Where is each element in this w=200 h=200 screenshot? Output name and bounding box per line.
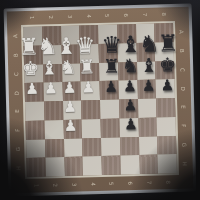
board-square bbox=[62, 63, 81, 82]
board-square bbox=[81, 81, 100, 100]
board-square bbox=[45, 138, 64, 157]
file-label-right: D bbox=[179, 85, 186, 92]
board-square bbox=[157, 117, 176, 136]
board-square bbox=[80, 63, 99, 82]
board-square bbox=[98, 25, 117, 44]
board-square bbox=[117, 43, 136, 62]
board-square bbox=[63, 100, 82, 119]
board-square bbox=[139, 155, 158, 174]
board-square bbox=[100, 100, 119, 119]
file-label-left: B bbox=[12, 52, 19, 59]
rank-label-bottom: 8 bbox=[164, 179, 171, 186]
board-square bbox=[138, 117, 157, 136]
board-square bbox=[82, 137, 101, 156]
file-label-right: H bbox=[181, 160, 188, 167]
rank-label-top: 7 bbox=[141, 11, 148, 18]
board-square bbox=[99, 43, 118, 62]
board-square bbox=[138, 136, 157, 155]
rank-label-top: 6 bbox=[122, 12, 129, 19]
file-label-left: E bbox=[14, 108, 21, 115]
rank-label-bottom: 3 bbox=[70, 181, 77, 188]
rank-label-top: 8 bbox=[160, 11, 167, 18]
rank-label-bottom: 6 bbox=[127, 180, 134, 187]
rank-label-bottom: 5 bbox=[108, 180, 115, 187]
board-square bbox=[100, 118, 119, 137]
board-square bbox=[119, 99, 138, 118]
file-label-right: A bbox=[178, 29, 185, 36]
file-label-right: G bbox=[181, 141, 188, 148]
rank-label-bottom: 4 bbox=[89, 181, 96, 188]
board-square bbox=[61, 44, 80, 63]
board-square bbox=[82, 119, 101, 138]
board-square bbox=[23, 26, 42, 45]
board-square bbox=[101, 137, 120, 156]
board-square bbox=[156, 98, 175, 117]
board-square bbox=[62, 82, 81, 101]
board-square bbox=[24, 64, 43, 83]
board-square bbox=[118, 80, 137, 99]
board-square bbox=[42, 45, 61, 64]
rank-label-top: 4 bbox=[85, 13, 92, 20]
board-square bbox=[120, 137, 139, 156]
board-square bbox=[43, 63, 62, 82]
board-square bbox=[63, 138, 82, 157]
board-square bbox=[155, 42, 174, 61]
rank-label-bottom: 2 bbox=[52, 182, 59, 189]
rank-label-bottom: 7 bbox=[145, 179, 152, 186]
coordinate-labels: AABBCCDDEEFFGGHH1122334455667788 bbox=[7, 7, 189, 12]
board-square bbox=[155, 61, 174, 80]
board-square bbox=[158, 154, 177, 173]
board-square bbox=[118, 62, 137, 81]
board-square bbox=[79, 25, 98, 44]
board-square bbox=[43, 82, 62, 101]
file-label-left: A bbox=[12, 33, 19, 40]
file-label-right: B bbox=[178, 47, 185, 54]
board-square bbox=[99, 62, 118, 81]
board-square bbox=[25, 83, 44, 102]
board-wood-frame: ♜♞♝♛♚♝♞♜♟♟♟♟♟♟♛♝♞♜♜♞♝♚♟♟♟♟♟♟ AABBCCDDEEF… bbox=[7, 7, 194, 194]
board-square bbox=[137, 80, 156, 99]
board-square bbox=[42, 26, 61, 45]
board-square bbox=[80, 44, 99, 63]
board-square bbox=[26, 120, 45, 139]
board-grid bbox=[23, 23, 177, 177]
board-square bbox=[44, 120, 63, 139]
board-square bbox=[154, 23, 173, 42]
board-square bbox=[137, 99, 156, 118]
board-square bbox=[100, 81, 119, 100]
file-label-left: D bbox=[13, 89, 20, 96]
file-label-left: C bbox=[13, 70, 20, 77]
board-square bbox=[120, 155, 139, 174]
board-square bbox=[83, 156, 102, 175]
board-square bbox=[81, 100, 100, 119]
rank-label-bottom: 1 bbox=[33, 182, 40, 189]
rank-label-top: 2 bbox=[47, 14, 54, 21]
board-square bbox=[45, 157, 64, 176]
photo-stage: ♜♞♝♛♚♝♞♜♟♟♟♟♟♟♛♝♞♜♜♞♝♚♟♟♟♟♟♟ AABBCCDDEEF… bbox=[0, 0, 200, 200]
board-square bbox=[117, 24, 136, 43]
board-square bbox=[25, 101, 44, 120]
rank-label-top: 3 bbox=[66, 13, 73, 20]
board-square bbox=[136, 24, 155, 43]
board-square bbox=[26, 139, 45, 158]
file-label-right: C bbox=[179, 66, 186, 73]
board-square bbox=[137, 61, 156, 80]
board-square bbox=[61, 26, 80, 45]
board-square bbox=[63, 119, 82, 138]
board-square bbox=[101, 156, 120, 175]
rank-label-top: 1 bbox=[29, 14, 36, 21]
file-label-left: H bbox=[15, 164, 22, 171]
board-square bbox=[157, 136, 176, 155]
file-label-left: F bbox=[14, 127, 21, 134]
board-square bbox=[156, 79, 175, 98]
file-label-right: E bbox=[180, 104, 187, 111]
board-square bbox=[119, 118, 138, 137]
file-label-right: F bbox=[180, 122, 187, 129]
chess-board-case: ♜♞♝♛♚♝♞♜♟♟♟♟♟♟♛♝♞♜♜♞♝♚♟♟♟♟♟♟ AABBCCDDEEF… bbox=[4, 4, 197, 197]
board-square bbox=[26, 158, 45, 177]
rank-label-top: 5 bbox=[103, 12, 110, 19]
board-square bbox=[44, 101, 63, 120]
board-square bbox=[136, 42, 155, 61]
board-square bbox=[24, 45, 43, 64]
file-label-left: G bbox=[15, 145, 22, 152]
board-play-area: ♜♞♝♛♚♝♞♜♟♟♟♟♟♟♛♝♞♜♜♞♝♚♟♟♟♟♟♟ bbox=[23, 23, 177, 177]
board-square bbox=[64, 157, 83, 176]
